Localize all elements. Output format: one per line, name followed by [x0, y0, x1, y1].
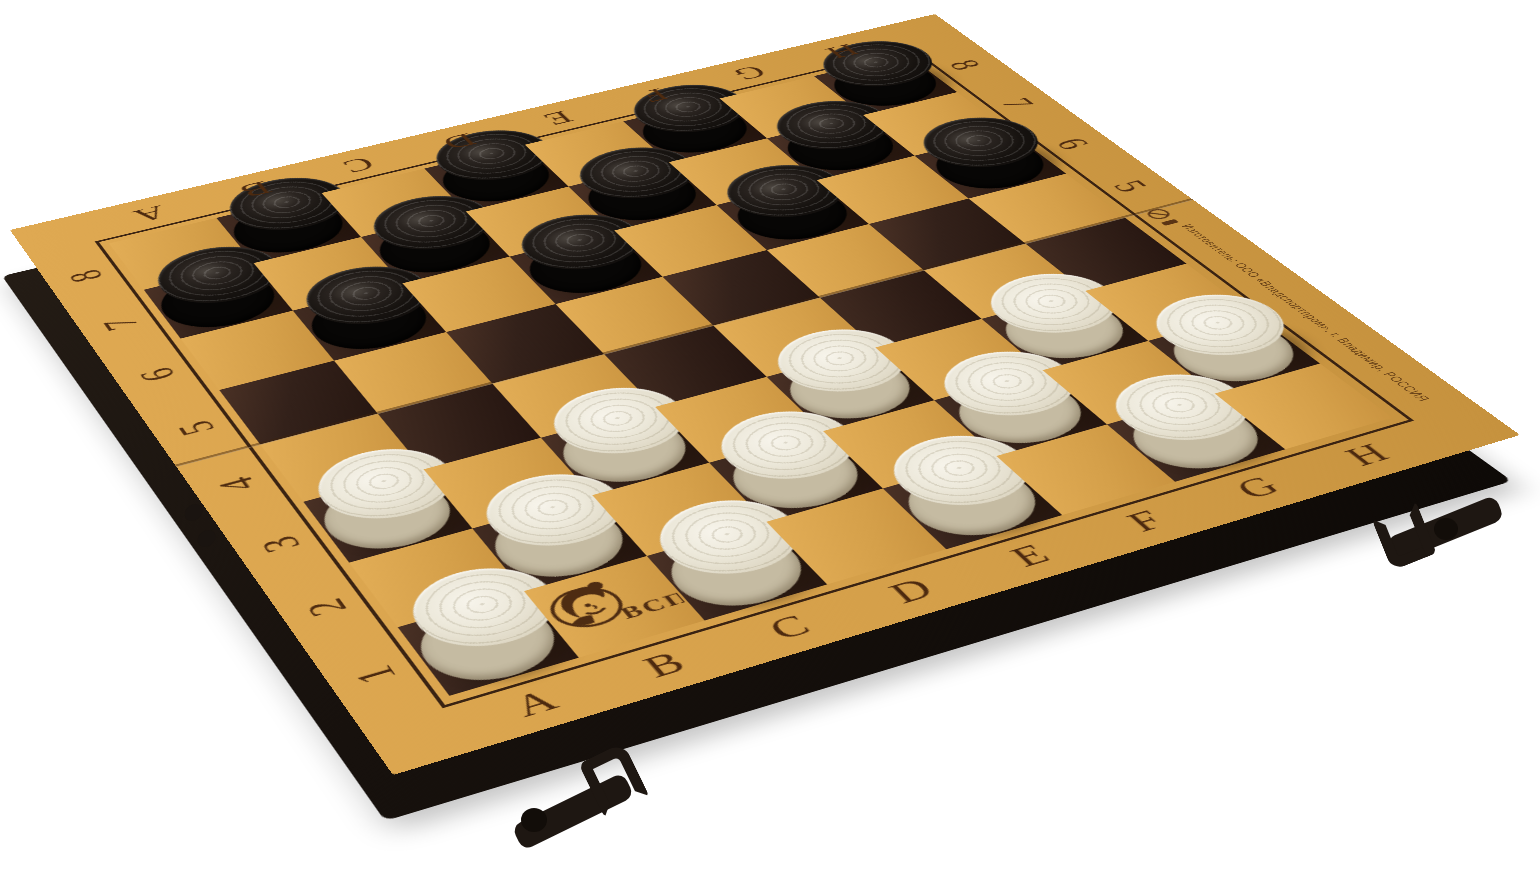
rank-label-left-7: 7: [53, 296, 187, 352]
rank-label-left-1: 1: [295, 636, 455, 714]
right-latch: [1372, 468, 1532, 583]
rank-label-left-5: 5: [125, 397, 267, 460]
rank-label-left-8: 8: [20, 250, 151, 304]
rank-label-left-6: 6: [88, 345, 226, 404]
logo-hair-icon: [552, 583, 617, 620]
checkers-board: ABCDEFGHABCDEFGH876543218765 ВСП Изгот: [10, 14, 1520, 775]
rank-label-left-2: 2: [249, 571, 404, 645]
photo-scene: ABCDEFGHABCDEFGH876543218765 ВСП Изгот: [0, 0, 1540, 871]
front-latch: [505, 742, 665, 857]
rank-label-left-3: 3: [205, 510, 355, 580]
